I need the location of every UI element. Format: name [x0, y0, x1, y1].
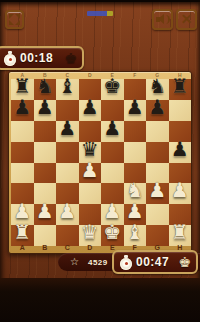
piece-black-knight-b8[interactable]: ♞	[34, 75, 57, 97]
file-label-c: C	[56, 243, 79, 253]
star-icon: ☆	[70, 257, 79, 267]
square-f4[interactable]	[124, 163, 147, 184]
black-clock-time: 00:18	[20, 51, 53, 65]
square-e8[interactable]: ♚	[101, 79, 124, 100]
piece-white-bishop-f1[interactable]: ♝	[124, 221, 147, 243]
piece-black-knight-g8[interactable]: ♞	[146, 75, 169, 97]
square-d3[interactable]	[79, 183, 102, 204]
square-f5[interactable]	[124, 142, 147, 163]
square-b6[interactable]	[34, 121, 57, 142]
piece-black-pawn-b7[interactable]: ♟	[34, 96, 57, 118]
square-g5[interactable]	[146, 142, 169, 163]
white-clock-panel: 00:47 ♚	[112, 250, 198, 274]
piece-white-queen-d1[interactable]: ♛	[79, 221, 102, 243]
square-c4[interactable]	[56, 163, 79, 184]
score-value: 4529	[88, 258, 108, 267]
black-clock-panel: 00:18 ♚	[0, 46, 84, 70]
piece-black-bishop-c8[interactable]: ♝	[56, 75, 79, 97]
file-label-a: A	[11, 243, 34, 253]
square-h5[interactable]: ♟	[169, 142, 192, 163]
piece-black-pawn-a7[interactable]: ♟	[11, 96, 34, 118]
square-h6[interactable]	[169, 121, 192, 142]
black-king-icon: ♚	[64, 51, 77, 65]
square-a3[interactable]	[11, 183, 34, 204]
square-d8[interactable]	[79, 79, 102, 100]
square-c6[interactable]: ♟	[56, 121, 79, 142]
file-label-b: B	[34, 243, 57, 253]
piece-black-pawn-e6[interactable]: ♟	[101, 117, 124, 139]
piece-black-rook-h8[interactable]: ♜	[169, 75, 192, 97]
file-label-c: C	[56, 72, 79, 79]
fullscreen-arrows-icon	[9, 14, 14, 19]
file-label-a: A	[11, 72, 34, 79]
file-label-e: E	[101, 72, 124, 79]
piece-black-pawn-c6[interactable]: ♟	[56, 117, 79, 139]
sound-button[interactable]	[152, 9, 173, 30]
square-c5[interactable]	[56, 142, 79, 163]
piece-white-pawn-d4[interactable]: ♟	[79, 159, 102, 181]
square-a8[interactable]: ♜	[11, 79, 34, 100]
square-d5[interactable]: ♛	[79, 142, 102, 163]
square-e4[interactable]	[101, 163, 124, 184]
piece-black-queen-d5[interactable]: ♛	[79, 138, 102, 160]
top-watermark	[87, 11, 113, 16]
piece-white-pawn-c2[interactable]: ♟	[56, 200, 79, 222]
square-c7[interactable]	[56, 100, 79, 121]
square-c2[interactable]: ♟	[56, 204, 79, 225]
file-label-b: B	[34, 72, 57, 79]
piece-white-pawn-f2[interactable]: ♟	[124, 200, 147, 222]
piece-black-pawn-f7[interactable]: ♟	[124, 96, 147, 118]
piece-white-rook-a1[interactable]: ♜	[11, 221, 34, 243]
file-label-h: H	[169, 72, 192, 79]
stopwatch-icon	[3, 51, 17, 66]
square-e2[interactable]: ♟	[101, 204, 124, 225]
square-g2[interactable]	[146, 204, 169, 225]
piece-white-rook-h1[interactable]: ♜	[169, 221, 192, 243]
square-d2[interactable]	[79, 204, 102, 225]
bottom-dark-area	[0, 278, 200, 322]
square-h3[interactable]: ♟	[169, 183, 192, 204]
square-e6[interactable]: ♟	[101, 121, 124, 142]
square-h8[interactable]: ♜	[169, 79, 192, 100]
file-label-g: G	[146, 72, 169, 79]
square-f3[interactable]: ♞	[124, 183, 147, 204]
piece-white-pawn-b2[interactable]: ♟	[34, 200, 57, 222]
close-x-icon: ✕	[178, 11, 195, 27]
white-clock-time: 00:47	[136, 255, 169, 269]
square-b3[interactable]	[34, 183, 57, 204]
piece-white-pawn-g3[interactable]: ♟	[146, 179, 169, 201]
square-g3[interactable]: ♟	[146, 183, 169, 204]
square-b7[interactable]: ♟	[34, 100, 57, 121]
square-a2[interactable]: ♟	[11, 204, 34, 225]
square-b2[interactable]: ♟	[34, 204, 57, 225]
piece-black-rook-a8[interactable]: ♜	[11, 75, 34, 97]
square-c8[interactable]: ♝	[56, 79, 79, 100]
piece-black-king-e8[interactable]: ♚	[101, 75, 124, 97]
square-e5[interactable]	[101, 142, 124, 163]
square-a7[interactable]: ♟	[11, 100, 34, 121]
chess-board[interactable]: ♜♞♝♚♞♜♟♟♟♟♟♟♟♛♟♟♞♟♟♟♟♟♟♟♜♛♚♝♜	[11, 79, 191, 246]
piece-white-king-e1[interactable]: ♚	[101, 221, 124, 243]
square-a6[interactable]	[11, 121, 34, 142]
square-g4[interactable]	[146, 163, 169, 184]
square-a4[interactable]	[11, 163, 34, 184]
square-f6[interactable]	[124, 121, 147, 142]
square-e3[interactable]	[101, 183, 124, 204]
piece-white-pawn-h3[interactable]: ♟	[169, 179, 192, 201]
close-button[interactable]: ✕	[176, 9, 197, 30]
white-king-icon: ♚	[178, 255, 191, 269]
square-g8[interactable]: ♞	[146, 79, 169, 100]
fullscreen-button[interactable]	[5, 10, 24, 29]
square-g6[interactable]	[146, 121, 169, 142]
square-f2[interactable]: ♟	[124, 204, 147, 225]
piece-black-pawn-g7[interactable]: ♟	[146, 96, 169, 118]
stopwatch-icon	[119, 255, 133, 270]
square-b8[interactable]: ♞	[34, 79, 57, 100]
chess-board-frame: ABCDEFGH ♜♞♝♚♞♜♟♟♟♟♟♟♟♛♟♟♞♟♟♟♟♟♟♟♜♛♚♝♜ A…	[8, 71, 192, 254]
square-e7[interactable]	[101, 100, 124, 121]
square-f8[interactable]	[124, 79, 147, 100]
square-d7[interactable]: ♟	[79, 100, 102, 121]
file-label-f: F	[124, 72, 147, 79]
piece-black-pawn-h5[interactable]: ♟	[169, 138, 192, 160]
piece-white-knight-f3[interactable]: ♞	[124, 179, 147, 201]
file-labels-top: ABCDEFGH	[11, 72, 191, 79]
square-d6[interactable]	[79, 121, 102, 142]
piece-white-pawn-a2[interactable]: ♟	[11, 200, 34, 222]
square-a5[interactable]	[11, 142, 34, 163]
square-b4[interactable]	[34, 163, 57, 184]
square-d4[interactable]: ♟	[79, 163, 102, 184]
piece-white-pawn-e2[interactable]: ♟	[101, 200, 124, 222]
square-b5[interactable]	[34, 142, 57, 163]
square-g7[interactable]: ♟	[146, 100, 169, 121]
square-h2[interactable]	[169, 204, 192, 225]
square-c3[interactable]	[56, 183, 79, 204]
piece-black-pawn-d7[interactable]: ♟	[79, 96, 102, 118]
square-h7[interactable]	[169, 100, 192, 121]
square-f7[interactable]: ♟	[124, 100, 147, 121]
file-label-d: D	[79, 243, 102, 253]
file-label-d: D	[79, 72, 102, 79]
square-h4[interactable]	[169, 163, 192, 184]
